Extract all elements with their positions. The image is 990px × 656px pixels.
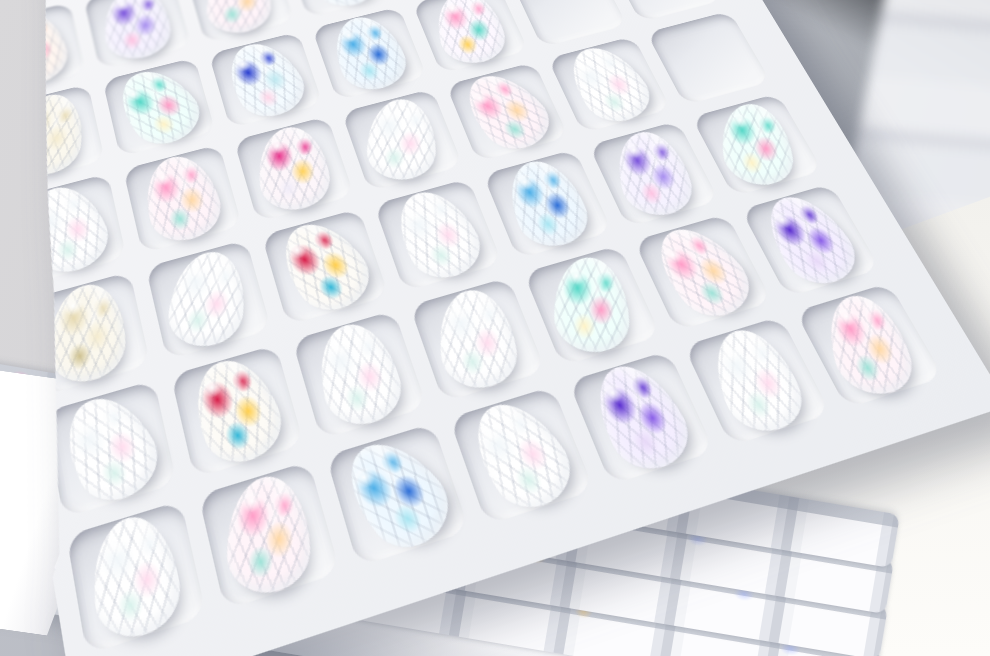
crystal-bead-clear bbox=[17, 176, 117, 283]
crystal-bead-teal bbox=[106, 59, 212, 155]
tray-cell-r4c6 bbox=[691, 93, 823, 196]
crystal-bead-violet bbox=[752, 187, 869, 294]
tray-cell-r4c3 bbox=[374, 178, 503, 291]
crystal-bead-pink bbox=[642, 216, 764, 329]
crystal-bead-pink bbox=[206, 0, 272, 34]
tray-cell-r4c5 bbox=[589, 121, 720, 227]
crystal-bead-multi bbox=[182, 348, 292, 474]
crystal-bead-purple bbox=[609, 129, 699, 218]
crystal-bead-clear bbox=[701, 323, 813, 438]
tray-cell-r2c4 bbox=[412, 0, 529, 74]
tray-cell-r5c0 bbox=[45, 380, 177, 518]
crystal-bead-peach bbox=[0, 6, 74, 93]
tray-cell-r2c3 bbox=[312, 7, 428, 101]
crystal-bead-multi bbox=[267, 211, 382, 323]
tray-cell-r3c2 bbox=[234, 116, 355, 222]
crystal-bead-magenta bbox=[254, 123, 333, 214]
crystal-bead-pink bbox=[818, 294, 921, 396]
crystal-bead-purple bbox=[101, 0, 174, 63]
tray-cell-r3c6 bbox=[646, 11, 771, 105]
crystal-bead-champagne bbox=[48, 281, 126, 386]
tray-cell-r2c0 bbox=[0, 84, 105, 186]
tray-cell-r6c0 bbox=[66, 501, 206, 655]
crystal-bead-clear bbox=[164, 251, 249, 347]
tray-cell-r3c3 bbox=[341, 89, 463, 192]
tray-cell-r5c2 bbox=[292, 310, 427, 439]
tray-cell-r1c0 bbox=[0, 2, 85, 95]
tray-cell-r5c4 bbox=[523, 245, 661, 366]
tray-cell-r3c5 bbox=[547, 36, 671, 133]
crystal-bead-champagne bbox=[7, 94, 87, 175]
tray-cell-r2c5 bbox=[510, 0, 627, 47]
crystal-bead-blue bbox=[498, 154, 598, 253]
crystal-bead-clear bbox=[433, 287, 522, 391]
crystal-bead-clear bbox=[557, 39, 662, 131]
crystal-bead-cobalt bbox=[216, 34, 315, 126]
crystal-bead-pink bbox=[226, 474, 312, 596]
tray-cell-r3c0 bbox=[9, 173, 127, 285]
tray-cell-r2c2 bbox=[209, 32, 323, 129]
crystal-bead-clear bbox=[87, 508, 185, 645]
tray-cell-r4c1 bbox=[146, 240, 272, 360]
scene-bead-tray-photo bbox=[0, 0, 990, 656]
crystal-bead-clear bbox=[310, 317, 410, 433]
tray-cell-r4c2 bbox=[261, 209, 388, 326]
crystal-bead-teal bbox=[717, 103, 797, 186]
tray-cell-r4c4 bbox=[483, 149, 613, 259]
crystal-bead-blue bbox=[324, 10, 414, 96]
tray-cell-r5c1 bbox=[171, 345, 305, 479]
tray-cell-r6c3 bbox=[449, 386, 594, 525]
crystal-bead-rainbow bbox=[430, 0, 511, 67]
crystal-bead-clear bbox=[384, 181, 492, 288]
tray-cell-r3c4 bbox=[446, 62, 569, 162]
crystal-bead-clear bbox=[457, 389, 585, 522]
crystal-bead-blue bbox=[330, 426, 464, 564]
tray-cell-r5c3 bbox=[410, 277, 547, 402]
tray-cell-r6c1 bbox=[198, 461, 340, 610]
tray-cell-r6c2 bbox=[326, 423, 470, 567]
crystal-bead-violet bbox=[581, 355, 701, 480]
tray-cell-r4c0 bbox=[26, 272, 150, 396]
crystal-bead-clear bbox=[51, 383, 171, 516]
crystal-bead-pink bbox=[137, 149, 227, 249]
crystal-bead-pink bbox=[452, 64, 563, 160]
tray-cell-r2c1 bbox=[102, 57, 215, 156]
crystal-bead-clear bbox=[366, 99, 436, 180]
tray-cell-r6c4 bbox=[568, 351, 715, 485]
tray-cell-r1c1 bbox=[84, 0, 192, 69]
crystal-bead-teal bbox=[553, 256, 630, 354]
tray-cell-r3c1 bbox=[123, 144, 242, 253]
